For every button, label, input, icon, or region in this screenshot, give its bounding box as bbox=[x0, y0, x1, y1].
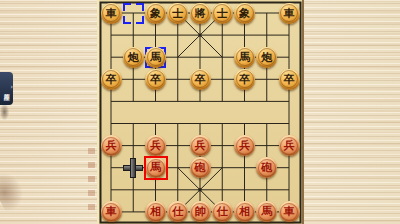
piece-black-chariot[interactable]: 車 bbox=[101, 3, 122, 24]
piece-black-chariot[interactable]: 車 bbox=[279, 3, 300, 24]
piece-black-horse[interactable]: 馬 bbox=[234, 47, 255, 68]
wood-grain-streak bbox=[0, 104, 9, 120]
piece-black-elephant[interactable]: 象 bbox=[145, 3, 166, 24]
piece-black-soldier[interactable]: 卒 bbox=[101, 69, 122, 90]
chevron-right-icon: › bbox=[10, 84, 13, 91]
piece-black-soldier[interactable]: 卒 bbox=[145, 69, 166, 90]
sidebar-tab[interactable]: 应用推荐 › bbox=[0, 72, 13, 105]
piece-black-horse[interactable]: 馬 bbox=[145, 47, 166, 68]
piece-black-general[interactable]: 將 bbox=[190, 3, 211, 24]
piece-red-cannon[interactable]: 砲 bbox=[190, 157, 211, 178]
xiangqi-board[interactable] bbox=[97, 0, 304, 224]
piece-black-soldier[interactable]: 卒 bbox=[234, 69, 255, 90]
piece-black-elephant[interactable]: 象 bbox=[234, 3, 255, 24]
piece-black-cannon[interactable]: 炮 bbox=[123, 47, 144, 68]
piece-black-advisor[interactable]: 士 bbox=[212, 3, 233, 24]
wood-grain-streak bbox=[88, 148, 95, 210]
piece-red-soldier[interactable]: 兵 bbox=[145, 135, 166, 156]
piece-black-soldier[interactable]: 卒 bbox=[279, 69, 300, 90]
game-window: 車象士將士象車炮馬馬炮卒卒卒卒卒兵兵兵兵兵馬砲砲車相仕帥仕相馬車 应用推荐 › bbox=[0, 0, 400, 224]
piece-red-soldier[interactable]: 兵 bbox=[279, 135, 300, 156]
piece-black-soldier[interactable]: 卒 bbox=[190, 69, 211, 90]
piece-red-chariot[interactable]: 車 bbox=[101, 201, 122, 222]
piece-red-advisor[interactable]: 仕 bbox=[212, 201, 233, 222]
piece-black-advisor[interactable]: 士 bbox=[167, 3, 188, 24]
piece-red-soldier[interactable]: 兵 bbox=[190, 135, 211, 156]
piece-red-general[interactable]: 帥 bbox=[190, 201, 211, 222]
wood-grain-streak bbox=[0, 166, 30, 214]
piece-red-soldier[interactable]: 兵 bbox=[101, 135, 122, 156]
piece-red-chariot[interactable]: 車 bbox=[279, 201, 300, 222]
piece-red-soldier[interactable]: 兵 bbox=[234, 135, 255, 156]
piece-black-cannon[interactable]: 炮 bbox=[256, 47, 277, 68]
